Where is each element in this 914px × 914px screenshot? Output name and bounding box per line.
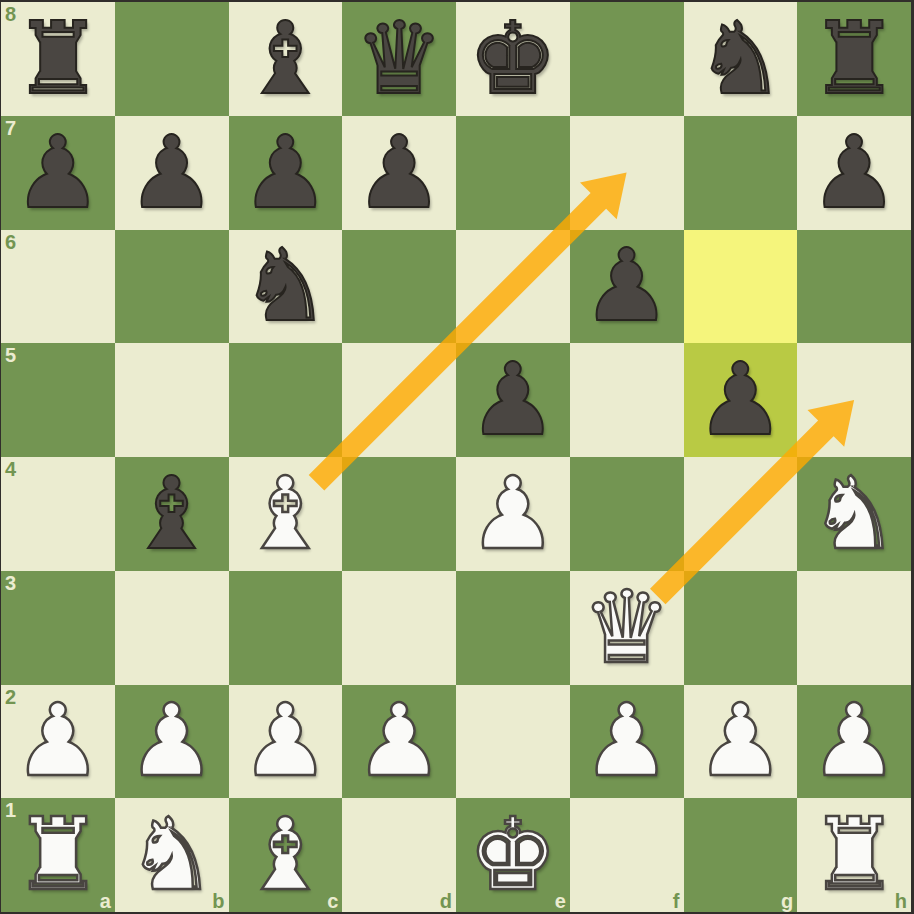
white-king-e1[interactable]: ♚ xyxy=(468,805,558,905)
rank-label-5: 5 xyxy=(5,344,16,366)
rank-label-6: 6 xyxy=(5,231,16,253)
square-e5[interactable]: ♟ xyxy=(456,343,570,457)
square-h4[interactable]: ♞ xyxy=(797,457,911,571)
black-pawn-a7[interactable]: ♟ xyxy=(13,123,103,223)
black-queen-d8[interactable]: ♛ xyxy=(354,9,444,109)
chess-board-frame: 8♜♝♛♚♞♜7♟♟♟♟♟6♞♟5♟♟4♝♝♟♞3♛2♟♟♟♟♟♟♟1a♜b♞c… xyxy=(0,0,914,914)
square-g8[interactable]: ♞ xyxy=(684,2,798,116)
square-d1[interactable]: d xyxy=(342,798,456,912)
white-pawn-f2[interactable]: ♟ xyxy=(582,691,672,791)
white-bishop-c1[interactable]: ♝ xyxy=(241,805,331,905)
square-d7[interactable]: ♟ xyxy=(342,116,456,230)
square-b4[interactable]: ♝ xyxy=(115,457,229,571)
square-a5[interactable]: 5 xyxy=(1,343,115,457)
square-a3[interactable]: 3 xyxy=(1,571,115,685)
square-g5[interactable]: ♟ xyxy=(684,343,798,457)
square-f7[interactable] xyxy=(570,116,684,230)
square-f4[interactable] xyxy=(570,457,684,571)
white-rook-h1[interactable]: ♜ xyxy=(809,805,899,905)
black-rook-h8[interactable]: ♜ xyxy=(809,9,899,109)
white-rook-a1[interactable]: ♜ xyxy=(13,805,103,905)
square-a6[interactable]: 6 xyxy=(1,230,115,344)
square-b8[interactable] xyxy=(115,2,229,116)
white-bishop-c4[interactable]: ♝ xyxy=(241,464,331,564)
square-e7[interactable] xyxy=(456,116,570,230)
chess-board[interactable]: 8♜♝♛♚♞♜7♟♟♟♟♟6♞♟5♟♟4♝♝♟♞3♛2♟♟♟♟♟♟♟1a♜b♞c… xyxy=(1,2,911,912)
square-b1[interactable]: b♞ xyxy=(115,798,229,912)
square-g4[interactable] xyxy=(684,457,798,571)
black-pawn-d7[interactable]: ♟ xyxy=(354,123,444,223)
white-pawn-d2[interactable]: ♟ xyxy=(354,691,444,791)
square-c7[interactable]: ♟ xyxy=(229,116,343,230)
square-c8[interactable]: ♝ xyxy=(229,2,343,116)
black-knight-c6[interactable]: ♞ xyxy=(241,236,331,336)
square-f8[interactable] xyxy=(570,2,684,116)
square-b3[interactable] xyxy=(115,571,229,685)
square-e1[interactable]: e♚ xyxy=(456,798,570,912)
black-pawn-c7[interactable]: ♟ xyxy=(241,123,331,223)
square-c5[interactable] xyxy=(229,343,343,457)
square-f2[interactable]: ♟ xyxy=(570,685,684,799)
square-f1[interactable]: f xyxy=(570,798,684,912)
square-e8[interactable]: ♚ xyxy=(456,2,570,116)
file-label-d: d xyxy=(440,890,452,912)
square-h1[interactable]: h♜ xyxy=(797,798,911,912)
square-b2[interactable]: ♟ xyxy=(115,685,229,799)
square-d2[interactable]: ♟ xyxy=(342,685,456,799)
white-pawn-b2[interactable]: ♟ xyxy=(127,691,217,791)
black-king-e8[interactable]: ♚ xyxy=(468,9,558,109)
black-pawn-g5[interactable]: ♟ xyxy=(696,350,786,450)
square-h3[interactable] xyxy=(797,571,911,685)
square-a7[interactable]: 7♟ xyxy=(1,116,115,230)
square-g2[interactable]: ♟ xyxy=(684,685,798,799)
white-knight-h4[interactable]: ♞ xyxy=(809,464,899,564)
square-f6[interactable]: ♟ xyxy=(570,230,684,344)
rank-label-3: 3 xyxy=(5,572,16,594)
square-c4[interactable]: ♝ xyxy=(229,457,343,571)
square-a1[interactable]: 1a♜ xyxy=(1,798,115,912)
square-c6[interactable]: ♞ xyxy=(229,230,343,344)
square-f5[interactable] xyxy=(570,343,684,457)
square-c3[interactable] xyxy=(229,571,343,685)
file-label-f: f xyxy=(673,890,680,912)
square-b7[interactable]: ♟ xyxy=(115,116,229,230)
white-pawn-h2[interactable]: ♟ xyxy=(809,691,899,791)
square-a2[interactable]: 2♟ xyxy=(1,685,115,799)
square-c2[interactable]: ♟ xyxy=(229,685,343,799)
square-a8[interactable]: 8♜ xyxy=(1,2,115,116)
square-d4[interactable] xyxy=(342,457,456,571)
white-pawn-a2[interactable]: ♟ xyxy=(13,691,103,791)
square-b5[interactable] xyxy=(115,343,229,457)
square-e4[interactable]: ♟ xyxy=(456,457,570,571)
square-d5[interactable] xyxy=(342,343,456,457)
square-d6[interactable] xyxy=(342,230,456,344)
square-h2[interactable]: ♟ xyxy=(797,685,911,799)
square-f3[interactable]: ♛ xyxy=(570,571,684,685)
white-knight-b1[interactable]: ♞ xyxy=(127,805,217,905)
white-pawn-c2[interactable]: ♟ xyxy=(241,691,331,791)
square-d8[interactable]: ♛ xyxy=(342,2,456,116)
square-c1[interactable]: c♝ xyxy=(229,798,343,912)
square-e6[interactable] xyxy=(456,230,570,344)
black-pawn-b7[interactable]: ♟ xyxy=(127,123,217,223)
black-rook-a8[interactable]: ♜ xyxy=(13,9,103,109)
black-pawn-e5[interactable]: ♟ xyxy=(468,350,558,450)
white-queen-f3[interactable]: ♛ xyxy=(582,578,672,678)
square-h8[interactable]: ♜ xyxy=(797,2,911,116)
square-e3[interactable] xyxy=(456,571,570,685)
white-pawn-g2[interactable]: ♟ xyxy=(696,691,786,791)
square-h5[interactable] xyxy=(797,343,911,457)
square-a4[interactable]: 4 xyxy=(1,457,115,571)
square-d3[interactable] xyxy=(342,571,456,685)
square-b6[interactable] xyxy=(115,230,229,344)
square-h7[interactable]: ♟ xyxy=(797,116,911,230)
black-pawn-h7[interactable]: ♟ xyxy=(809,123,899,223)
square-e2[interactable] xyxy=(456,685,570,799)
square-g3[interactable] xyxy=(684,571,798,685)
square-g1[interactable]: g xyxy=(684,798,798,912)
file-label-g: g xyxy=(781,890,793,912)
square-g7[interactable] xyxy=(684,116,798,230)
square-h6[interactable] xyxy=(797,230,911,344)
black-pawn-f6[interactable]: ♟ xyxy=(582,236,672,336)
rank-label-4: 4 xyxy=(5,458,16,480)
black-bishop-b4[interactable]: ♝ xyxy=(127,464,217,564)
white-pawn-e4[interactable]: ♟ xyxy=(468,464,558,564)
square-g6[interactable] xyxy=(684,230,798,344)
black-bishop-c8[interactable]: ♝ xyxy=(241,9,331,109)
black-knight-g8[interactable]: ♞ xyxy=(696,9,786,109)
